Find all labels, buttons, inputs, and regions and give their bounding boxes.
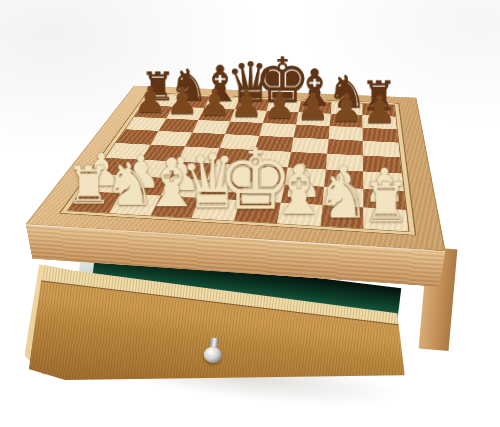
box-front-side [26, 224, 446, 287]
square-g5[interactable] [327, 139, 363, 155]
black-pawn[interactable]: ♟ [335, 91, 425, 129]
board-border: ♜♞♝♛♚♝♞♜♟♟♟♟♟♟♟♟♟♟♟♟♟♟♟♟♜♞♝♛♚♝♞♜ [59, 92, 416, 235]
scene-3d: ♜♞♝♛♚♝♞♜♟♟♟♟♟♟♟♟♟♟♟♟♟♟♟♟♜♞♝♛♚♝♞♜ [0, 0, 500, 427]
square-h1[interactable]: ♜ [364, 208, 409, 232]
board: ♜♞♝♛♚♝♞♜♟♟♟♟♟♟♟♟♟♟♟♟♟♟♟♟♜♞♝♛♚♝♞♜ [67, 94, 410, 232]
white-rook[interactable]: ♜ [327, 175, 445, 230]
square-h7[interactable]: ♟ [363, 115, 397, 129]
square-h6[interactable] [363, 128, 398, 143]
scene: ♜♞♝♛♚♝♞♜♟♟♟♟♟♟♟♟♟♟♟♟♟♟♟♟♜♞♝♛♚♝♞♜ [0, 0, 500, 427]
chess-box-top: ♜♞♝♛♚♝♞♜♟♟♟♟♟♟♟♟♟♟♟♟♟♟♟♟♜♞♝♛♚♝♞♜ [26, 86, 446, 251]
square-h5[interactable] [363, 141, 400, 157]
